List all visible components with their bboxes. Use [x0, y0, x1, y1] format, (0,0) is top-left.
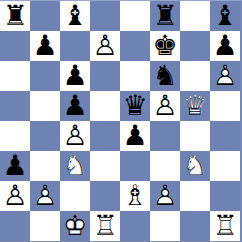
square-d7[interactable]: ♟♙ [90, 31, 120, 61]
white-king-outline-glyph: ♔ [62, 212, 87, 240]
square-a3[interactable]: ♟ [0, 151, 30, 181]
black-pawn-piece[interactable]: ♟ [120, 121, 150, 151]
square-g2[interactable] [180, 181, 210, 211]
square-b3[interactable] [30, 151, 60, 181]
square-h6[interactable]: ♟♙ [210, 61, 240, 91]
square-d4[interactable] [90, 121, 120, 151]
square-e5[interactable]: ♛ [120, 91, 150, 121]
black-knight-fill-glyph: ♞ [152, 62, 177, 90]
black-pawn-fill-glyph: ♟ [62, 62, 87, 90]
square-h1[interactable]: ♜♖ [210, 211, 240, 241]
square-b4[interactable] [30, 121, 60, 151]
white-queen-piece[interactable]: ♛♕ [180, 91, 210, 121]
black-rook-fill-glyph: ♜ [2, 2, 27, 30]
square-a4[interactable] [0, 121, 30, 151]
square-b5[interactable] [30, 91, 60, 121]
white-king-piece[interactable]: ♚♔ [60, 211, 90, 241]
square-e2[interactable]: ♝♗ [120, 181, 150, 211]
square-f3[interactable] [150, 151, 180, 181]
square-a1[interactable] [0, 211, 30, 241]
white-pawn-piece[interactable]: ♟♙ [30, 181, 60, 211]
black-pawn-piece[interactable]: ♟ [30, 31, 60, 61]
black-pawn-piece[interactable]: ♟ [60, 61, 90, 91]
square-g4[interactable] [180, 121, 210, 151]
square-d1[interactable]: ♜♖ [90, 211, 120, 241]
black-rook-piece[interactable]: ♜ [150, 1, 180, 31]
square-h4[interactable] [210, 121, 240, 151]
square-e6[interactable] [120, 61, 150, 91]
white-knight-piece[interactable]: ♞♘ [60, 151, 90, 181]
black-bishop-fill-glyph: ♝ [212, 2, 237, 30]
square-h7[interactable]: ♟ [210, 31, 240, 61]
white-rook-outline-glyph: ♖ [92, 212, 117, 240]
white-pawn-outline-glyph: ♙ [92, 32, 117, 60]
black-pawn-fill-glyph: ♟ [122, 122, 147, 150]
white-pawn-piece[interactable]: ♟♙ [150, 91, 180, 121]
white-rook-piece[interactable]: ♜♖ [210, 211, 240, 241]
square-h2[interactable] [210, 181, 240, 211]
black-king-piece[interactable]: ♚ [150, 31, 180, 61]
square-c4[interactable]: ♟♙ [60, 121, 90, 151]
square-e7[interactable] [120, 31, 150, 61]
square-f1[interactable] [150, 211, 180, 241]
black-bishop-piece[interactable]: ♝ [210, 1, 240, 31]
square-d8[interactable] [90, 1, 120, 31]
black-queen-fill-glyph: ♛ [122, 92, 147, 120]
square-c6[interactable]: ♟ [60, 61, 90, 91]
square-a7[interactable] [0, 31, 30, 61]
square-f8[interactable]: ♜ [150, 1, 180, 31]
square-a8[interactable]: ♜ [0, 1, 30, 31]
black-king-fill-glyph: ♚ [152, 32, 177, 60]
square-g5[interactable]: ♛♕ [180, 91, 210, 121]
white-pawn-outline-glyph: ♙ [212, 62, 237, 90]
white-pawn-piece[interactable]: ♟♙ [90, 31, 120, 61]
square-g8[interactable] [180, 1, 210, 31]
square-a2[interactable]: ♟♙ [0, 181, 30, 211]
square-b2[interactable]: ♟♙ [30, 181, 60, 211]
white-pawn-outline-glyph: ♙ [32, 182, 57, 210]
black-bishop-piece[interactable]: ♝ [60, 1, 90, 31]
square-e1[interactable] [120, 211, 150, 241]
black-knight-piece[interactable]: ♞ [150, 61, 180, 91]
white-pawn-piece[interactable]: ♟♙ [60, 121, 90, 151]
white-pawn-piece[interactable]: ♟♙ [0, 181, 30, 211]
square-b6[interactable] [30, 61, 60, 91]
square-h5[interactable] [210, 91, 240, 121]
black-rook-piece[interactable]: ♜ [0, 1, 30, 31]
white-bishop-outline-glyph: ♗ [122, 182, 147, 210]
black-bishop-fill-glyph: ♝ [62, 2, 87, 30]
white-pawn-outline-glyph: ♙ [62, 122, 87, 150]
square-f4[interactable] [150, 121, 180, 151]
square-e4[interactable]: ♟ [120, 121, 150, 151]
black-rook-fill-glyph: ♜ [152, 2, 177, 30]
square-b8[interactable] [30, 1, 60, 31]
square-h8[interactable]: ♝ [210, 1, 240, 31]
white-pawn-piece[interactable]: ♟♙ [150, 181, 180, 211]
square-f6[interactable]: ♞ [150, 61, 180, 91]
white-pawn-outline-glyph: ♙ [2, 182, 27, 210]
square-c5[interactable]: ♟ [60, 91, 90, 121]
square-e3[interactable] [120, 151, 150, 181]
white-knight-outline-glyph: ♘ [182, 152, 207, 180]
black-queen-piece[interactable]: ♛ [120, 91, 150, 121]
square-c3[interactable]: ♞♘ [60, 151, 90, 181]
white-pawn-piece[interactable]: ♟♙ [210, 61, 240, 91]
square-c7[interactable] [60, 31, 90, 61]
black-pawn-piece[interactable]: ♟ [60, 91, 90, 121]
chess-board: ♜♝♜♝♟♟♙♚♟♟♞♟♙♟♛♟♙♛♕♟♙♟♟♞♘♞♘♟♙♟♙♝♗♟♙♚♔♜♖♜… [0, 0, 242, 242]
square-b7[interactable]: ♟ [30, 31, 60, 61]
square-c2[interactable] [60, 181, 90, 211]
black-pawn-fill-glyph: ♟ [2, 152, 27, 180]
square-d5[interactable] [90, 91, 120, 121]
black-pawn-piece[interactable]: ♟ [0, 151, 30, 181]
white-bishop-piece[interactable]: ♝♗ [120, 181, 150, 211]
square-f2[interactable]: ♟♙ [150, 181, 180, 211]
white-knight-piece[interactable]: ♞♘ [180, 151, 210, 181]
black-pawn-fill-glyph: ♟ [212, 32, 237, 60]
black-pawn-fill-glyph: ♟ [32, 32, 57, 60]
black-pawn-fill-glyph: ♟ [62, 92, 87, 120]
square-g6[interactable] [180, 61, 210, 91]
black-pawn-piece[interactable]: ♟ [210, 31, 240, 61]
white-rook-outline-glyph: ♖ [212, 212, 237, 240]
square-d6[interactable] [90, 61, 120, 91]
square-b1[interactable] [30, 211, 60, 241]
white-knight-outline-glyph: ♘ [62, 152, 87, 180]
white-queen-outline-glyph: ♕ [182, 92, 207, 120]
square-h3[interactable] [210, 151, 240, 181]
square-a6[interactable] [0, 61, 30, 91]
square-g1[interactable] [180, 211, 210, 241]
white-pawn-outline-glyph: ♙ [152, 182, 177, 210]
square-d2[interactable] [90, 181, 120, 211]
square-g7[interactable] [180, 31, 210, 61]
square-c1[interactable]: ♚♔ [60, 211, 90, 241]
square-f5[interactable]: ♟♙ [150, 91, 180, 121]
square-g3[interactable]: ♞♘ [180, 151, 210, 181]
square-c8[interactable]: ♝ [60, 1, 90, 31]
white-pawn-outline-glyph: ♙ [152, 92, 177, 120]
square-a5[interactable] [0, 91, 30, 121]
square-f7[interactable]: ♚ [150, 31, 180, 61]
square-d3[interactable] [90, 151, 120, 181]
white-rook-piece[interactable]: ♜♖ [90, 211, 120, 241]
square-e8[interactable] [120, 1, 150, 31]
